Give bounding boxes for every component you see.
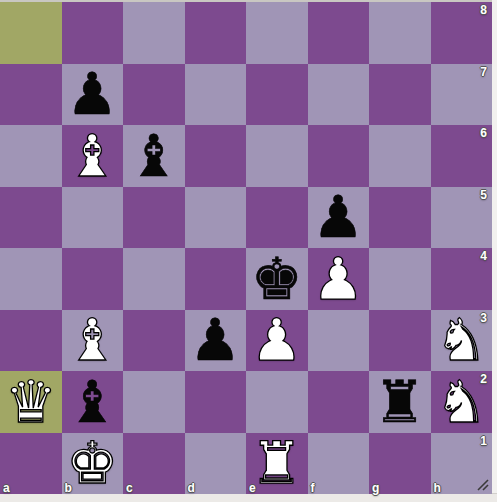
square-g4[interactable] [369,248,431,310]
square-b7[interactable]: ♟ [62,64,124,126]
white-pawn[interactable]: ♟ [246,310,308,372]
square-e8[interactable] [246,2,308,64]
square-e3[interactable]: ♟ [246,310,308,372]
white-knight[interactable]: ♞ [431,371,493,433]
square-b4[interactable] [62,248,124,310]
square-d6[interactable] [185,125,247,187]
square-f5[interactable]: ♟ [308,187,370,249]
white-bishop[interactable]: ♝ [62,125,124,187]
black-pawn[interactable]: ♟ [308,187,370,249]
square-f1[interactable] [308,433,370,495]
square-a8[interactable] [0,2,62,64]
chess-app-page: ♟♝♝♟♚♟♝♟♟♞♛♝♜♞♚♜ 87654321abcdefgh [0,0,497,502]
square-f3[interactable] [308,310,370,372]
square-c3[interactable] [123,310,185,372]
resize-handle[interactable] [476,478,490,492]
square-b6[interactable]: ♝ [62,125,124,187]
square-c8[interactable] [123,2,185,64]
white-rook[interactable]: ♜ [246,433,308,495]
square-e7[interactable] [246,64,308,126]
square-d7[interactable] [185,64,247,126]
black-bishop[interactable]: ♝ [123,125,185,187]
square-h5[interactable] [431,187,493,249]
square-h2[interactable]: ♞ [431,371,493,433]
square-a1[interactable] [0,433,62,495]
square-b8[interactable] [62,2,124,64]
square-b2[interactable]: ♝ [62,371,124,433]
square-a2[interactable]: ♛ [0,371,62,433]
black-rook[interactable]: ♜ [369,371,431,433]
square-d1[interactable] [185,433,247,495]
square-g6[interactable] [369,125,431,187]
square-a5[interactable] [0,187,62,249]
white-king[interactable]: ♚ [62,433,124,495]
square-c1[interactable] [123,433,185,495]
square-e1[interactable]: ♜ [246,433,308,495]
square-d4[interactable] [185,248,247,310]
square-h6[interactable] [431,125,493,187]
square-g8[interactable] [369,2,431,64]
white-bishop[interactable]: ♝ [62,310,124,372]
square-c6[interactable]: ♝ [123,125,185,187]
square-f6[interactable] [308,125,370,187]
square-a3[interactable] [0,310,62,372]
square-d2[interactable] [185,371,247,433]
square-e5[interactable] [246,187,308,249]
chess-board: ♟♝♝♟♚♟♝♟♟♞♛♝♜♞♚♜ 87654321abcdefgh [0,2,492,494]
square-g3[interactable] [369,310,431,372]
square-g5[interactable] [369,187,431,249]
square-c5[interactable] [123,187,185,249]
square-h3[interactable]: ♞ [431,310,493,372]
square-d8[interactable] [185,2,247,64]
square-a7[interactable] [0,64,62,126]
square-b3[interactable]: ♝ [62,310,124,372]
black-king[interactable]: ♚ [246,248,308,310]
square-c7[interactable] [123,64,185,126]
black-pawn[interactable]: ♟ [185,310,247,372]
square-c2[interactable] [123,371,185,433]
white-knight[interactable]: ♞ [431,310,493,372]
square-g2[interactable]: ♜ [369,371,431,433]
square-f4[interactable]: ♟ [308,248,370,310]
square-e6[interactable] [246,125,308,187]
square-a4[interactable] [0,248,62,310]
black-pawn[interactable]: ♟ [62,64,124,126]
black-bishop[interactable]: ♝ [62,371,124,433]
square-b5[interactable] [62,187,124,249]
square-g7[interactable] [369,64,431,126]
diagonal-resize-icon [476,478,490,492]
square-a6[interactable] [0,125,62,187]
square-h8[interactable] [431,2,493,64]
white-queen[interactable]: ♛ [0,371,62,433]
square-e2[interactable] [246,371,308,433]
square-f7[interactable] [308,64,370,126]
square-h4[interactable] [431,248,493,310]
white-pawn[interactable]: ♟ [308,248,370,310]
square-d3[interactable]: ♟ [185,310,247,372]
square-e4[interactable]: ♚ [246,248,308,310]
square-f8[interactable] [308,2,370,64]
square-h7[interactable] [431,64,493,126]
square-c4[interactable] [123,248,185,310]
square-b1[interactable]: ♚ [62,433,124,495]
page-right-edge [492,0,497,502]
square-g1[interactable] [369,433,431,495]
square-d5[interactable] [185,187,247,249]
square-f2[interactable] [308,371,370,433]
